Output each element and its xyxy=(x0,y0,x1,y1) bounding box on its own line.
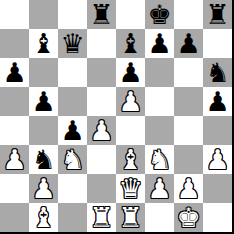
chess-board: ♜♚♜♝♛♝♟♟♟♟♞♟♟♟♟♟♟♞♞♝♞♟♟♛♟♟♝♜♜♚ xyxy=(0,0,232,232)
square-c1[interactable] xyxy=(58,203,87,232)
black-knight: ♞ xyxy=(31,145,55,174)
black-rook: ♜ xyxy=(205,0,229,29)
square-b2[interactable]: ♟ xyxy=(29,174,58,203)
white-knight: ♞ xyxy=(147,145,171,174)
square-f4[interactable] xyxy=(145,116,174,145)
square-c4[interactable]: ♟ xyxy=(58,116,87,145)
square-e4[interactable] xyxy=(116,116,145,145)
black-rook: ♜ xyxy=(89,0,113,29)
square-h5[interactable]: ♟ xyxy=(203,87,232,116)
chess-board-frame: ♜♚♜♝♛♝♟♟♟♟♞♟♟♟♟♟♟♞♞♝♞♟♟♛♟♟♝♜♜♚ xyxy=(0,0,234,234)
square-b1[interactable]: ♝ xyxy=(29,203,58,232)
white-pawn: ♟ xyxy=(205,145,229,174)
black-pawn: ♟ xyxy=(147,29,171,58)
square-h8[interactable]: ♜ xyxy=(203,0,232,29)
square-h4[interactable] xyxy=(203,116,232,145)
square-c3[interactable]: ♞ xyxy=(58,145,87,174)
square-c5[interactable] xyxy=(58,87,87,116)
square-a6[interactable]: ♟ xyxy=(0,58,29,87)
square-h6[interactable]: ♞ xyxy=(203,58,232,87)
white-pawn: ♟ xyxy=(147,174,171,203)
square-d3[interactable] xyxy=(87,145,116,174)
square-e1[interactable]: ♜ xyxy=(116,203,145,232)
square-g1[interactable]: ♚ xyxy=(174,203,203,232)
square-a4[interactable] xyxy=(0,116,29,145)
square-e7[interactable]: ♝ xyxy=(116,29,145,58)
square-d7[interactable] xyxy=(87,29,116,58)
square-e5[interactable]: ♟ xyxy=(116,87,145,116)
black-pawn: ♟ xyxy=(2,58,26,87)
square-a2[interactable] xyxy=(0,174,29,203)
black-bishop: ♝ xyxy=(118,29,142,58)
square-e3[interactable]: ♝ xyxy=(116,145,145,174)
square-b4[interactable] xyxy=(29,116,58,145)
white-rook: ♜ xyxy=(89,203,113,232)
white-rook: ♜ xyxy=(118,203,142,232)
black-queen: ♛ xyxy=(60,29,84,58)
square-d4[interactable]: ♟ xyxy=(87,116,116,145)
black-pawn: ♟ xyxy=(176,29,200,58)
white-pawn: ♟ xyxy=(118,87,142,116)
square-b5[interactable]: ♟ xyxy=(29,87,58,116)
square-a8[interactable] xyxy=(0,0,29,29)
square-f5[interactable] xyxy=(145,87,174,116)
square-b7[interactable]: ♝ xyxy=(29,29,58,58)
white-pawn: ♟ xyxy=(176,174,200,203)
black-pawn: ♟ xyxy=(205,87,229,116)
square-b8[interactable] xyxy=(29,0,58,29)
square-a3[interactable]: ♟ xyxy=(0,145,29,174)
white-queen: ♛ xyxy=(118,174,142,203)
square-f1[interactable] xyxy=(145,203,174,232)
square-f6[interactable] xyxy=(145,58,174,87)
white-king: ♚ xyxy=(176,203,200,232)
square-g7[interactable]: ♟ xyxy=(174,29,203,58)
white-pawn: ♟ xyxy=(2,145,26,174)
white-pawn: ♟ xyxy=(31,174,55,203)
square-d1[interactable]: ♜ xyxy=(87,203,116,232)
square-g5[interactable] xyxy=(174,87,203,116)
white-knight: ♞ xyxy=(60,145,84,174)
square-d2[interactable] xyxy=(87,174,116,203)
black-king: ♚ xyxy=(147,0,171,29)
square-a7[interactable] xyxy=(0,29,29,58)
black-pawn: ♟ xyxy=(31,87,55,116)
black-pawn: ♟ xyxy=(118,58,142,87)
square-h3[interactable]: ♟ xyxy=(203,145,232,174)
square-h1[interactable] xyxy=(203,203,232,232)
square-a5[interactable] xyxy=(0,87,29,116)
square-g4[interactable] xyxy=(174,116,203,145)
square-b6[interactable] xyxy=(29,58,58,87)
black-knight: ♞ xyxy=(205,58,229,87)
square-d8[interactable]: ♜ xyxy=(87,0,116,29)
black-pawn: ♟ xyxy=(60,116,84,145)
square-d5[interactable] xyxy=(87,87,116,116)
white-bishop: ♝ xyxy=(31,203,55,232)
white-bishop: ♝ xyxy=(118,145,142,174)
square-g3[interactable] xyxy=(174,145,203,174)
black-bishop: ♝ xyxy=(31,29,55,58)
square-e6[interactable]: ♟ xyxy=(116,58,145,87)
square-e2[interactable]: ♛ xyxy=(116,174,145,203)
square-e8[interactable] xyxy=(116,0,145,29)
square-c6[interactable] xyxy=(58,58,87,87)
square-h7[interactable] xyxy=(203,29,232,58)
white-pawn: ♟ xyxy=(89,116,113,145)
square-c8[interactable] xyxy=(58,0,87,29)
square-g2[interactable]: ♟ xyxy=(174,174,203,203)
square-f2[interactable]: ♟ xyxy=(145,174,174,203)
square-g8[interactable] xyxy=(174,0,203,29)
square-h2[interactable] xyxy=(203,174,232,203)
square-c7[interactable]: ♛ xyxy=(58,29,87,58)
square-f3[interactable]: ♞ xyxy=(145,145,174,174)
square-b3[interactable]: ♞ xyxy=(29,145,58,174)
square-g6[interactable] xyxy=(174,58,203,87)
square-f7[interactable]: ♟ xyxy=(145,29,174,58)
square-c2[interactable] xyxy=(58,174,87,203)
square-a1[interactable] xyxy=(0,203,29,232)
square-d6[interactable] xyxy=(87,58,116,87)
square-f8[interactable]: ♚ xyxy=(145,0,174,29)
